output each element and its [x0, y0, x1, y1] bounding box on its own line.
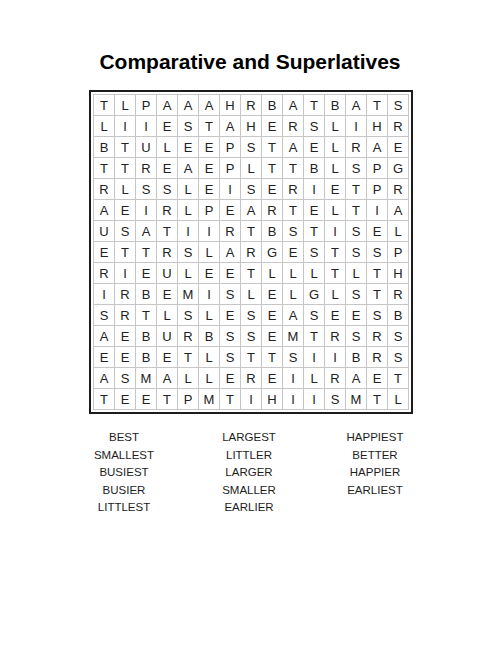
- grid-cell[interactable]: R: [346, 137, 366, 157]
- grid-cell[interactable]: E: [220, 263, 240, 283]
- grid-cell[interactable]: T: [367, 389, 387, 409]
- grid-cell[interactable]: B: [388, 305, 408, 325]
- grid-cell[interactable]: S: [388, 347, 408, 367]
- grid-cell[interactable]: L: [388, 389, 408, 409]
- grid-cell[interactable]: T: [241, 263, 261, 283]
- grid-cell[interactable]: S: [367, 242, 387, 262]
- grid-cell[interactable]: I: [115, 116, 135, 136]
- grid-cell[interactable]: T: [136, 242, 156, 262]
- grid-cell[interactable]: E: [367, 368, 387, 388]
- grid-cell[interactable]: P: [136, 95, 156, 115]
- word-list-column-2: LARGESTLITTLERLARGERSMALLEREARLIER: [189, 429, 309, 517]
- grid-cell[interactable]: A: [220, 242, 240, 262]
- grid-cell[interactable]: T: [367, 263, 387, 283]
- grid-cell[interactable]: S: [346, 158, 366, 178]
- grid-cell[interactable]: I: [346, 116, 366, 136]
- grid-cell[interactable]: E: [136, 263, 156, 283]
- grid-cell[interactable]: I: [115, 263, 135, 283]
- grid-cell[interactable]: H: [220, 95, 240, 115]
- grid-cell[interactable]: I: [367, 200, 387, 220]
- grid-cell[interactable]: I: [283, 389, 303, 409]
- grid-cell[interactable]: E: [220, 305, 240, 325]
- grid-cell[interactable]: E: [304, 137, 324, 157]
- grid-cell[interactable]: T: [115, 242, 135, 262]
- grid-cell[interactable]: T: [115, 137, 135, 157]
- grid-cell[interactable]: R: [178, 326, 198, 346]
- grid-cell[interactable]: A: [220, 116, 240, 136]
- grid-cell[interactable]: R: [262, 200, 282, 220]
- grid-cell[interactable]: S: [304, 242, 324, 262]
- word-list-item: SMALLEST: [64, 447, 184, 465]
- grid-cell[interactable]: S: [367, 305, 387, 325]
- grid-cell[interactable]: E: [115, 347, 135, 367]
- grid-cell[interactable]: I: [325, 221, 345, 241]
- word-list-item: BUSIER: [64, 482, 184, 500]
- word-list-item: EARLIEST: [315, 482, 435, 500]
- grid-cell[interactable]: B: [262, 95, 282, 115]
- grid-cell[interactable]: E: [136, 389, 156, 409]
- grid-cell[interactable]: E: [94, 242, 114, 262]
- grid-cell[interactable]: E: [199, 137, 219, 157]
- grid-cell[interactable]: E: [178, 137, 198, 157]
- grid-cell[interactable]: E: [157, 158, 177, 178]
- grid-cell[interactable]: A: [178, 158, 198, 178]
- word-list-item: LITTLEST: [64, 499, 184, 517]
- grid-cell[interactable]: S: [241, 137, 261, 157]
- grid-cell[interactable]: L: [262, 263, 282, 283]
- grid-cell[interactable]: I: [136, 116, 156, 136]
- grid-cell[interactable]: S: [241, 326, 261, 346]
- grid-cell[interactable]: L: [115, 95, 135, 115]
- grid-cell[interactable]: B: [136, 347, 156, 367]
- grid-cell[interactable]: U: [136, 137, 156, 157]
- grid-cell[interactable]: R: [115, 305, 135, 325]
- grid-cell[interactable]: R: [115, 284, 135, 304]
- grid-cell[interactable]: A: [94, 200, 114, 220]
- grid-cell[interactable]: S: [304, 305, 324, 325]
- grid-cell[interactable]: E: [157, 116, 177, 136]
- grid-cell[interactable]: E: [220, 200, 240, 220]
- page-title: Comparative and Superlatives: [0, 50, 500, 74]
- grid-cell[interactable]: L: [157, 305, 177, 325]
- grid-cell[interactable]: P: [220, 158, 240, 178]
- grid-cell[interactable]: S: [241, 179, 261, 199]
- grid-cell[interactable]: T: [262, 137, 282, 157]
- grid-cell[interactable]: A: [157, 95, 177, 115]
- grid-cell[interactable]: E: [325, 305, 345, 325]
- grid-cell[interactable]: T: [136, 305, 156, 325]
- grid-cell[interactable]: T: [94, 95, 114, 115]
- grid-cell[interactable]: L: [178, 200, 198, 220]
- grid-cell[interactable]: I: [199, 221, 219, 241]
- grid-cell[interactable]: B: [262, 221, 282, 241]
- grid-cell[interactable]: S: [178, 242, 198, 262]
- grid-cell[interactable]: B: [94, 137, 114, 157]
- grid-cell[interactable]: E: [283, 242, 303, 262]
- grid-cell[interactable]: S: [325, 389, 345, 409]
- grid-cell[interactable]: S: [283, 347, 303, 367]
- grid-cell[interactable]: I: [325, 347, 345, 367]
- grid-cell[interactable]: L: [325, 116, 345, 136]
- grid-cell[interactable]: T: [283, 200, 303, 220]
- grid-cell[interactable]: S: [388, 326, 408, 346]
- grid-cell[interactable]: L: [325, 284, 345, 304]
- grid-cell[interactable]: S: [220, 347, 240, 367]
- grid-cell[interactable]: R: [283, 116, 303, 136]
- grid-cell[interactable]: A: [178, 95, 198, 115]
- word-list-item: BETTER: [315, 447, 435, 465]
- grid-cell[interactable]: L: [283, 284, 303, 304]
- grid-cell[interactable]: L: [199, 305, 219, 325]
- grid-cell[interactable]: E: [199, 179, 219, 199]
- grid-cell[interactable]: E: [157, 347, 177, 367]
- grid-cell[interactable]: P: [367, 179, 387, 199]
- word-list-column-3: HAPPIESTBETTERHAPPIEREARLIEST: [315, 429, 435, 499]
- grid-cell[interactable]: S: [304, 116, 324, 136]
- word-list-item: SMALLER: [189, 482, 309, 500]
- grid-cell[interactable]: T: [157, 389, 177, 409]
- grid-cell[interactable]: S: [388, 95, 408, 115]
- grid-cell[interactable]: I: [241, 389, 261, 409]
- grid-cell[interactable]: T: [304, 95, 324, 115]
- grid-cell[interactable]: R: [241, 95, 261, 115]
- grid-cell[interactable]: M: [199, 389, 219, 409]
- grid-cell[interactable]: I: [304, 179, 324, 199]
- grid-cell[interactable]: A: [388, 200, 408, 220]
- word-list-column-1: BESTSMALLESTBUSIESTBUSIERLITTLEST: [64, 429, 184, 517]
- grid-cell[interactable]: T: [262, 158, 282, 178]
- grid-cell[interactable]: T: [262, 347, 282, 367]
- grid-cell[interactable]: A: [136, 221, 156, 241]
- grid-cell[interactable]: L: [178, 179, 198, 199]
- grid-cell[interactable]: A: [241, 200, 261, 220]
- grid-cell[interactable]: T: [178, 347, 198, 367]
- grid-cell[interactable]: E: [115, 389, 135, 409]
- grid-cell[interactable]: E: [199, 158, 219, 178]
- grid-cell[interactable]: B: [346, 347, 366, 367]
- grid-cell[interactable]: R: [241, 368, 261, 388]
- word-search-board: TLPAAAHRBATBATSLIIESTAHERSLIHRBTULEEPSTA…: [89, 90, 413, 414]
- grid-cell[interactable]: A: [283, 305, 303, 325]
- grid-cell[interactable]: R: [325, 368, 345, 388]
- grid-cell[interactable]: T: [94, 389, 114, 409]
- grid-cell[interactable]: S: [241, 305, 261, 325]
- grid-cell[interactable]: R: [136, 158, 156, 178]
- grid-cell[interactable]: R: [325, 326, 345, 346]
- word-list-item: EARLIER: [189, 499, 309, 517]
- grid-cell[interactable]: R: [94, 263, 114, 283]
- grid-cell[interactable]: S: [178, 305, 198, 325]
- grid-cell[interactable]: L: [241, 158, 261, 178]
- grid-cell[interactable]: B: [136, 284, 156, 304]
- grid-cell[interactable]: S: [115, 221, 135, 241]
- word-list-item: HAPPIER: [315, 464, 435, 482]
- grid-cell[interactable]: L: [94, 116, 114, 136]
- grid-cell[interactable]: S: [283, 221, 303, 241]
- grid-cell[interactable]: T: [199, 116, 219, 136]
- grid-cell[interactable]: L: [283, 263, 303, 283]
- grid-cell[interactable]: R: [94, 179, 114, 199]
- word-list-item: LARGER: [189, 464, 309, 482]
- grid-cell[interactable]: L: [178, 368, 198, 388]
- grid-cell[interactable]: S: [346, 221, 366, 241]
- grid-cell[interactable]: M: [283, 326, 303, 346]
- grid-cell[interactable]: M: [136, 368, 156, 388]
- grid-cell[interactable]: E: [346, 305, 366, 325]
- grid-cell[interactable]: S: [115, 368, 135, 388]
- grid-cell[interactable]: G: [262, 242, 282, 262]
- grid-cell[interactable]: R: [157, 242, 177, 262]
- grid-cell[interactable]: L: [157, 137, 177, 157]
- grid-cell[interactable]: P: [388, 242, 408, 262]
- grid-cell[interactable]: U: [157, 263, 177, 283]
- grid-cell[interactable]: A: [346, 95, 366, 115]
- grid-cell[interactable]: E: [262, 326, 282, 346]
- grid-cell[interactable]: T: [367, 284, 387, 304]
- grid-cell[interactable]: M: [346, 389, 366, 409]
- grid-cell[interactable]: S: [94, 305, 114, 325]
- grid-cell[interactable]: L: [325, 137, 345, 157]
- grid-cell[interactable]: B: [325, 95, 345, 115]
- grid-cell[interactable]: R: [388, 284, 408, 304]
- grid-cell[interactable]: T: [115, 158, 135, 178]
- grid-cell[interactable]: R: [241, 242, 261, 262]
- word-list-item: HAPPIEST: [315, 429, 435, 447]
- grid-cell[interactable]: A: [346, 368, 366, 388]
- grid-cell[interactable]: A: [199, 95, 219, 115]
- grid-cell[interactable]: A: [157, 368, 177, 388]
- grid-cell[interactable]: E: [388, 137, 408, 157]
- grid-cell[interactable]: S: [220, 326, 240, 346]
- grid-cell[interactable]: T: [304, 221, 324, 241]
- grid-cell[interactable]: S: [346, 326, 366, 346]
- grid-cell[interactable]: P: [199, 200, 219, 220]
- grid-cell[interactable]: U: [157, 326, 177, 346]
- grid-cell[interactable]: I: [178, 221, 198, 241]
- grid-cell[interactable]: S: [136, 179, 156, 199]
- grid-cell[interactable]: L: [199, 368, 219, 388]
- grid-cell[interactable]: E: [220, 368, 240, 388]
- grid-cell[interactable]: I: [94, 284, 114, 304]
- grid-cell[interactable]: E: [367, 221, 387, 241]
- grid-cell[interactable]: L: [199, 242, 219, 262]
- grid-cell[interactable]: E: [262, 116, 282, 136]
- grid-cell[interactable]: E: [199, 263, 219, 283]
- grid-cell[interactable]: A: [367, 137, 387, 157]
- grid-cell[interactable]: I: [136, 200, 156, 220]
- grid-cell[interactable]: H: [388, 263, 408, 283]
- word-list-item: LITTLER: [189, 447, 309, 465]
- grid-cell[interactable]: T: [94, 158, 114, 178]
- grid-cell[interactable]: B: [199, 326, 219, 346]
- grid-cell[interactable]: L: [304, 368, 324, 388]
- grid-cell[interactable]: E: [115, 326, 135, 346]
- grid-cell[interactable]: S: [178, 116, 198, 136]
- grid-cell[interactable]: R: [283, 179, 303, 199]
- grid-cell[interactable]: L: [346, 263, 366, 283]
- grid-cell[interactable]: G: [388, 158, 408, 178]
- grid-cell[interactable]: I: [220, 179, 240, 199]
- grid-cell[interactable]: I: [304, 347, 324, 367]
- grid-cell[interactable]: E: [262, 179, 282, 199]
- grid-cell[interactable]: E: [304, 200, 324, 220]
- grid-cell[interactable]: L: [199, 347, 219, 367]
- grid-cell[interactable]: T: [325, 263, 345, 283]
- grid-cell[interactable]: T: [304, 326, 324, 346]
- grid-cell[interactable]: S: [157, 179, 177, 199]
- grid-cell[interactable]: S: [346, 242, 366, 262]
- word-list-item: LARGEST: [189, 429, 309, 447]
- grid-cell[interactable]: A: [283, 95, 303, 115]
- grid-cell[interactable]: P: [367, 158, 387, 178]
- grid-cell[interactable]: R: [367, 347, 387, 367]
- grid-cell[interactable]: M: [178, 284, 198, 304]
- grid-cell[interactable]: E: [157, 284, 177, 304]
- word-list-item: BEST: [64, 429, 184, 447]
- grid-cell[interactable]: B: [304, 158, 324, 178]
- word-search-grid: TLPAAAHRBATBATSLIIESTAHERSLIHRBTULEEPSTA…: [93, 94, 409, 410]
- grid-cell[interactable]: R: [388, 179, 408, 199]
- grid-cell[interactable]: T: [325, 242, 345, 262]
- grid-cell[interactable]: P: [178, 389, 198, 409]
- grid-cell[interactable]: L: [325, 200, 345, 220]
- grid-cell[interactable]: H: [241, 116, 261, 136]
- grid-cell[interactable]: T: [241, 221, 261, 241]
- grid-cell[interactable]: L: [241, 284, 261, 304]
- grid-cell[interactable]: L: [115, 179, 135, 199]
- grid-cell[interactable]: E: [262, 305, 282, 325]
- grid-cell[interactable]: R: [157, 200, 177, 220]
- grid-cell[interactable]: I: [283, 368, 303, 388]
- grid-cell[interactable]: A: [94, 368, 114, 388]
- grid-cell[interactable]: G: [304, 284, 324, 304]
- grid-cell[interactable]: R: [367, 326, 387, 346]
- grid-cell[interactable]: R: [388, 116, 408, 136]
- grid-cell[interactable]: I: [199, 284, 219, 304]
- grid-cell[interactable]: S: [346, 284, 366, 304]
- grid-cell[interactable]: B: [136, 326, 156, 346]
- grid-cell[interactable]: L: [304, 263, 324, 283]
- grid-cell[interactable]: E: [262, 368, 282, 388]
- grid-cell[interactable]: T: [220, 389, 240, 409]
- grid-cell[interactable]: R: [220, 221, 240, 241]
- grid-cell[interactable]: T: [367, 95, 387, 115]
- grid-cell[interactable]: L: [325, 158, 345, 178]
- grid-cell[interactable]: L: [388, 221, 408, 241]
- grid-cell[interactable]: H: [262, 389, 282, 409]
- word-list-item: BUSIEST: [64, 464, 184, 482]
- grid-cell[interactable]: L: [178, 263, 198, 283]
- grid-cell[interactable]: H: [367, 116, 387, 136]
- grid-cell[interactable]: T: [346, 200, 366, 220]
- grid-cell[interactable]: U: [94, 221, 114, 241]
- grid-cell[interactable]: S: [220, 284, 240, 304]
- grid-cell[interactable]: P: [220, 137, 240, 157]
- grid-cell[interactable]: T: [241, 347, 261, 367]
- grid-cell[interactable]: E: [325, 179, 345, 199]
- grid-cell[interactable]: T: [346, 179, 366, 199]
- grid-cell[interactable]: T: [388, 368, 408, 388]
- grid-cell[interactable]: E: [94, 347, 114, 367]
- grid-cell[interactable]: I: [304, 389, 324, 409]
- grid-cell[interactable]: A: [283, 137, 303, 157]
- grid-cell[interactable]: T: [157, 221, 177, 241]
- grid-cell[interactable]: A: [94, 326, 114, 346]
- grid-cell[interactable]: E: [115, 200, 135, 220]
- grid-cell[interactable]: E: [262, 284, 282, 304]
- grid-cell[interactable]: T: [283, 158, 303, 178]
